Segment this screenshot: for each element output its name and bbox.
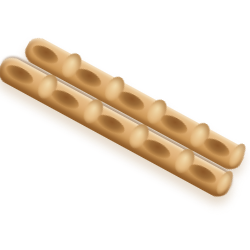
mancala-board	[0, 27, 250, 202]
product-photo-canvas	[0, 0, 250, 250]
